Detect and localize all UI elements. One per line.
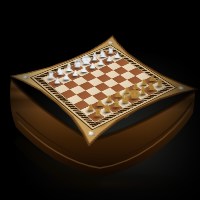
silver-pawn: ♟ xyxy=(106,56,113,64)
silver-pawn: ♟ xyxy=(89,63,96,71)
gold-knight: ♞ xyxy=(147,82,156,92)
gold-bishop: ♝ xyxy=(111,98,122,110)
silver-pawn: ♟ xyxy=(98,59,105,67)
gold-knight: ♞ xyxy=(103,103,113,114)
silver-pawn: ♟ xyxy=(63,74,70,82)
silver-pawn: ♟ xyxy=(54,78,61,86)
silver-pawn: ♟ xyxy=(81,66,88,74)
chess-board: ♜♞♝♛♚♝♞♜♟♟♟♟♟♟♟♟♟♟♟♟♟♟♟♟♜♞♝♛♚♝♞♜ xyxy=(41,50,165,122)
photo-stage: ♜♞♝♛♚♝♞♜♟♟♟♟♟♟♟♟♟♟♟♟♟♟♟♟♜♞♝♛♚♝♞♜ xyxy=(0,0,200,200)
gold-rook: ♜ xyxy=(94,109,103,119)
gold-rook: ♜ xyxy=(156,79,164,88)
silver-pawn: ♟ xyxy=(114,52,121,60)
silver-pawn: ♟ xyxy=(72,70,79,78)
